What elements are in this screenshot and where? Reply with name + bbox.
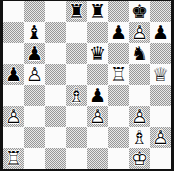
- square-h4[interactable]: [150, 85, 171, 106]
- square-f7[interactable]: ♟: [108, 22, 129, 43]
- square-g1[interactable]: ♚♔: [129, 148, 150, 169]
- square-d3[interactable]: [66, 106, 87, 127]
- square-f4[interactable]: [108, 85, 129, 106]
- square-a3[interactable]: ♟♙: [3, 106, 24, 127]
- square-a5[interactable]: ♟: [3, 64, 24, 85]
- square-d1[interactable]: [66, 148, 87, 169]
- square-d6[interactable]: [66, 43, 87, 64]
- white-king-fill: ♚: [129, 148, 150, 169]
- square-e4[interactable]: ♟: [87, 85, 108, 106]
- black-rook-icon: ♜: [66, 1, 87, 22]
- white-pawn-icon: ♙: [150, 127, 171, 148]
- square-g4[interactable]: [129, 85, 150, 106]
- square-a4[interactable]: [3, 85, 24, 106]
- white-queen-icon: ♕: [150, 64, 171, 85]
- chess-board-diagram: ♜♜♚♝♟♟♙♟♟♛♞♟♟♙♜♖♛♕♝♗♟♟♙♟♙♟♙♝♗♟♙♜♖♚♔: [0, 0, 174, 171]
- square-g2[interactable]: ♝♗: [129, 127, 150, 148]
- square-b3[interactable]: [24, 106, 45, 127]
- black-pawn-icon: ♟: [24, 43, 45, 64]
- black-pawn-icon: ♟: [108, 22, 129, 43]
- square-e2[interactable]: [87, 127, 108, 148]
- square-c7[interactable]: [45, 22, 66, 43]
- square-f6[interactable]: [108, 43, 129, 64]
- square-e6[interactable]: ♛: [87, 43, 108, 64]
- white-bishop-fill: ♝: [129, 127, 150, 148]
- square-h7[interactable]: ♟: [150, 22, 171, 43]
- square-c4[interactable]: [45, 85, 66, 106]
- white-pawn-icon: ♙: [3, 106, 24, 127]
- square-c2[interactable]: [45, 127, 66, 148]
- square-g5[interactable]: [129, 64, 150, 85]
- square-b1[interactable]: [24, 148, 45, 169]
- white-pawn-icon: ♙: [129, 106, 150, 127]
- square-h3[interactable]: [150, 106, 171, 127]
- square-f5[interactable]: ♜♖: [108, 64, 129, 85]
- square-h8[interactable]: [150, 1, 171, 22]
- square-b8[interactable]: [24, 1, 45, 22]
- white-rook-icon: ♖: [108, 64, 129, 85]
- square-d4[interactable]: ♝♗: [66, 85, 87, 106]
- square-f2[interactable]: [108, 127, 129, 148]
- square-g8[interactable]: ♚: [129, 1, 150, 22]
- square-f1[interactable]: [108, 148, 129, 169]
- square-a1[interactable]: ♜♖: [3, 148, 24, 169]
- square-c6[interactable]: [45, 43, 66, 64]
- white-pawn-icon: ♙: [24, 64, 45, 85]
- square-g3[interactable]: ♟♙: [129, 106, 150, 127]
- square-b5[interactable]: ♟♙: [24, 64, 45, 85]
- square-e8[interactable]: ♜: [87, 1, 108, 22]
- white-bishop-icon: ♗: [66, 85, 87, 106]
- white-rook-icon: ♖: [3, 148, 24, 169]
- white-pawn-fill: ♟: [150, 127, 171, 148]
- square-e1[interactable]: [87, 148, 108, 169]
- square-e3[interactable]: ♟♙: [87, 106, 108, 127]
- square-h2[interactable]: ♟♙: [150, 127, 171, 148]
- white-pawn-icon: ♙: [129, 22, 150, 43]
- white-pawn-fill: ♟: [24, 64, 45, 85]
- square-e7[interactable]: [87, 22, 108, 43]
- square-b2[interactable]: [24, 127, 45, 148]
- square-b6[interactable]: ♟: [24, 43, 45, 64]
- white-pawn-fill: ♟: [129, 106, 150, 127]
- black-pawn-icon: ♟: [3, 64, 24, 85]
- square-h1[interactable]: [150, 148, 171, 169]
- chess-board: ♜♜♚♝♟♟♙♟♟♛♞♟♟♙♜♖♛♕♝♗♟♟♙♟♙♟♙♝♗♟♙♜♖♚♔: [3, 1, 171, 169]
- white-queen-fill: ♛: [150, 64, 171, 85]
- white-pawn-fill: ♟: [129, 22, 150, 43]
- white-pawn-fill: ♟: [3, 106, 24, 127]
- black-pawn-icon: ♟: [150, 22, 171, 43]
- black-queen-icon: ♛: [87, 43, 108, 64]
- square-b4[interactable]: [24, 85, 45, 106]
- square-c8[interactable]: [45, 1, 66, 22]
- white-rook-fill: ♜: [3, 148, 24, 169]
- white-king-icon: ♔: [129, 148, 150, 169]
- square-f3[interactable]: [108, 106, 129, 127]
- square-f8[interactable]: [108, 1, 129, 22]
- black-pawn-icon: ♟: [87, 85, 108, 106]
- square-g7[interactable]: ♟♙: [129, 22, 150, 43]
- white-rook-fill: ♜: [108, 64, 129, 85]
- square-e5[interactable]: [87, 64, 108, 85]
- square-d5[interactable]: [66, 64, 87, 85]
- square-d7[interactable]: [66, 22, 87, 43]
- black-rook-icon: ♜: [87, 1, 108, 22]
- square-d2[interactable]: [66, 127, 87, 148]
- square-d8[interactable]: ♜: [66, 1, 87, 22]
- square-h6[interactable]: [150, 43, 171, 64]
- square-a7[interactable]: [3, 22, 24, 43]
- black-bishop-icon: ♝: [24, 22, 45, 43]
- square-c5[interactable]: [45, 64, 66, 85]
- white-pawn-icon: ♙: [87, 106, 108, 127]
- square-b7[interactable]: ♝: [24, 22, 45, 43]
- square-c3[interactable]: [45, 106, 66, 127]
- black-knight-icon: ♞: [129, 43, 150, 64]
- square-g6[interactable]: ♞: [129, 43, 150, 64]
- square-a6[interactable]: [3, 43, 24, 64]
- white-pawn-fill: ♟: [87, 106, 108, 127]
- square-c1[interactable]: [45, 148, 66, 169]
- square-a8[interactable]: [3, 1, 24, 22]
- square-a2[interactable]: [3, 127, 24, 148]
- white-bishop-fill: ♝: [66, 85, 87, 106]
- black-king-icon: ♚: [129, 1, 150, 22]
- square-h5[interactable]: ♛♕: [150, 64, 171, 85]
- white-bishop-icon: ♗: [129, 127, 150, 148]
